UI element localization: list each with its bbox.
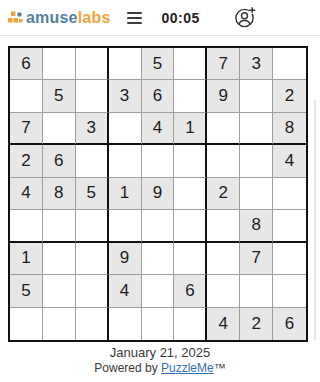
puzzle-date: January 21, 2025 bbox=[0, 345, 320, 360]
cell-r6c6[interactable] bbox=[174, 210, 207, 242]
cell-r7c3[interactable] bbox=[76, 243, 109, 275]
cell-r3c8[interactable] bbox=[240, 113, 273, 145]
cell-r3c2[interactable] bbox=[43, 113, 76, 145]
cell-r4c4[interactable] bbox=[109, 145, 142, 177]
cell-r9c3[interactable] bbox=[76, 308, 109, 340]
cell-r8c1[interactable]: 5 bbox=[10, 275, 43, 307]
cell-r2c6[interactable] bbox=[174, 80, 207, 112]
hamburger-menu-icon[interactable] bbox=[127, 12, 142, 24]
cell-r6c5[interactable] bbox=[142, 210, 175, 242]
cell-r1c4[interactable] bbox=[109, 48, 142, 80]
cell-r8c8[interactable] bbox=[240, 275, 273, 307]
cell-r6c8[interactable]: 8 bbox=[240, 210, 273, 242]
cell-r2c7[interactable]: 9 bbox=[207, 80, 240, 112]
timer-display: 00:05 bbox=[162, 10, 200, 26]
sudoku-app-page: amuselabs 00:05 657353692734182644851928… bbox=[0, 0, 320, 382]
cell-r1c1[interactable]: 6 bbox=[10, 48, 43, 80]
logo-text: amuselabs bbox=[26, 9, 111, 27]
cell-r4c7[interactable] bbox=[207, 145, 240, 177]
cell-r8c2[interactable] bbox=[43, 275, 76, 307]
cell-r5c5[interactable]: 9 bbox=[142, 178, 175, 210]
cell-r2c1[interactable] bbox=[10, 80, 43, 112]
cell-r5c7[interactable]: 2 bbox=[207, 178, 240, 210]
cell-r4c5[interactable] bbox=[142, 145, 175, 177]
footer: January 21, 2025 Powered by PuzzleMe™ bbox=[0, 345, 320, 375]
cell-r3c4[interactable] bbox=[109, 113, 142, 145]
amuselabs-logo[interactable]: amuselabs bbox=[8, 9, 111, 27]
cell-r4c8[interactable] bbox=[240, 145, 273, 177]
cell-r9c4[interactable] bbox=[109, 308, 142, 340]
cell-r8c3[interactable] bbox=[76, 275, 109, 307]
cell-r4c1[interactable]: 2 bbox=[10, 145, 43, 177]
cell-r8c9[interactable] bbox=[273, 275, 306, 307]
cell-r3c6[interactable]: 1 bbox=[174, 113, 207, 145]
cell-r3c1[interactable]: 7 bbox=[10, 113, 43, 145]
cell-r9c8[interactable]: 2 bbox=[240, 308, 273, 340]
cell-r1c7[interactable]: 7 bbox=[207, 48, 240, 80]
cell-r9c7[interactable]: 4 bbox=[207, 308, 240, 340]
cell-r7c6[interactable] bbox=[174, 243, 207, 275]
cell-r9c1[interactable] bbox=[10, 308, 43, 340]
cell-r6c2[interactable] bbox=[43, 210, 76, 242]
cell-r5c4[interactable]: 1 bbox=[109, 178, 142, 210]
cell-r4c6[interactable] bbox=[174, 145, 207, 177]
cell-r7c4[interactable]: 9 bbox=[109, 243, 142, 275]
cell-r1c3[interactable] bbox=[76, 48, 109, 80]
cell-r5c6[interactable] bbox=[174, 178, 207, 210]
cell-r2c9[interactable]: 2 bbox=[273, 80, 306, 112]
cell-r2c5[interactable]: 6 bbox=[142, 80, 175, 112]
cell-r4c9[interactable]: 4 bbox=[273, 145, 306, 177]
cell-r1c5[interactable]: 5 bbox=[142, 48, 175, 80]
cell-r6c4[interactable] bbox=[109, 210, 142, 242]
puzzleme-link[interactable]: PuzzleMe bbox=[161, 361, 214, 375]
cell-r8c6[interactable]: 6 bbox=[174, 275, 207, 307]
cell-r5c8[interactable] bbox=[240, 178, 273, 210]
cell-r7c7[interactable] bbox=[207, 243, 240, 275]
logo-text-amuse: amuse bbox=[26, 9, 78, 26]
cell-r2c3[interactable] bbox=[76, 80, 109, 112]
cell-r6c3[interactable] bbox=[76, 210, 109, 242]
cell-r5c3[interactable]: 5 bbox=[76, 178, 109, 210]
cell-r9c5[interactable] bbox=[142, 308, 175, 340]
cell-r1c2[interactable] bbox=[43, 48, 76, 80]
cell-r8c5[interactable] bbox=[142, 275, 175, 307]
cell-r7c5[interactable] bbox=[142, 243, 175, 275]
cell-r5c2[interactable]: 8 bbox=[43, 178, 76, 210]
cell-r3c5[interactable]: 4 bbox=[142, 113, 175, 145]
cell-r5c9[interactable] bbox=[273, 178, 306, 210]
cell-r9c6[interactable] bbox=[174, 308, 207, 340]
cell-r4c3[interactable] bbox=[76, 145, 109, 177]
cell-r7c8[interactable]: 7 bbox=[240, 243, 273, 275]
cell-r7c9[interactable] bbox=[273, 243, 306, 275]
cell-r8c7[interactable] bbox=[207, 275, 240, 307]
trademark-symbol: ™ bbox=[214, 361, 226, 375]
cell-r1c9[interactable] bbox=[273, 48, 306, 80]
cell-r6c9[interactable] bbox=[273, 210, 306, 242]
cell-r4c2[interactable]: 6 bbox=[43, 145, 76, 177]
amuselabs-logo-icon bbox=[8, 10, 23, 25]
cell-r5c1[interactable]: 4 bbox=[10, 178, 43, 210]
cell-r6c1[interactable] bbox=[10, 210, 43, 242]
add-user-icon[interactable] bbox=[234, 7, 256, 29]
powered-by-prefix: Powered by bbox=[94, 361, 161, 375]
cell-r3c7[interactable] bbox=[207, 113, 240, 145]
sudoku-board: 657353692734182644851928197546426 bbox=[8, 46, 308, 342]
cell-r7c2[interactable] bbox=[43, 243, 76, 275]
cell-r8c4[interactable]: 4 bbox=[109, 275, 142, 307]
cell-r1c6[interactable] bbox=[174, 48, 207, 80]
cell-r6c7[interactable] bbox=[207, 210, 240, 242]
cell-r3c3[interactable]: 3 bbox=[76, 113, 109, 145]
cell-r1c8[interactable]: 3 bbox=[240, 48, 273, 80]
cell-r2c4[interactable]: 3 bbox=[109, 80, 142, 112]
cell-r9c2[interactable] bbox=[43, 308, 76, 340]
powered-by: Powered by PuzzleMe™ bbox=[0, 361, 320, 375]
top-bar: amuselabs 00:05 bbox=[0, 0, 320, 36]
cell-r2c8[interactable] bbox=[240, 80, 273, 112]
cell-r7c1[interactable]: 1 bbox=[10, 243, 43, 275]
adjacent-panel-edge bbox=[314, 100, 316, 340]
cell-r2c2[interactable]: 5 bbox=[43, 80, 76, 112]
logo-text-labs: labs bbox=[78, 9, 111, 26]
cell-r9c9[interactable]: 6 bbox=[273, 308, 306, 340]
cell-r3c9[interactable]: 8 bbox=[273, 113, 306, 145]
